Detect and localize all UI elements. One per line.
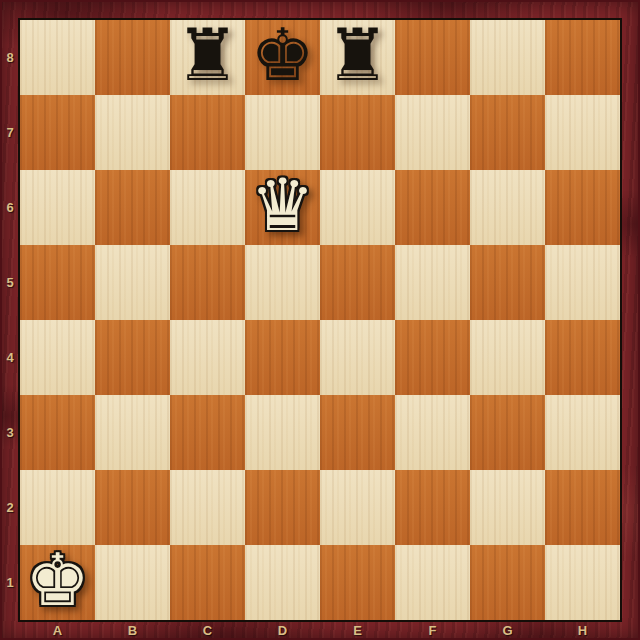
square-g6[interactable]	[470, 170, 545, 245]
rank-labels: 87654321	[0, 20, 20, 620]
square-e7[interactable]	[320, 95, 395, 170]
file-label-d: D	[245, 620, 320, 640]
square-e1[interactable]	[320, 545, 395, 620]
square-e4[interactable]	[320, 320, 395, 395]
square-e5[interactable]	[320, 245, 395, 320]
square-c4[interactable]	[170, 320, 245, 395]
square-c7[interactable]	[170, 95, 245, 170]
square-b6[interactable]	[95, 170, 170, 245]
square-e6[interactable]	[320, 170, 395, 245]
rank-label-8: 8	[0, 20, 20, 95]
square-d4[interactable]	[245, 320, 320, 395]
file-label-b: B	[95, 620, 170, 640]
square-e2[interactable]	[320, 470, 395, 545]
file-label-c: C	[170, 620, 245, 640]
square-h1[interactable]	[545, 545, 620, 620]
square-f5[interactable]	[395, 245, 470, 320]
square-f7[interactable]	[395, 95, 470, 170]
square-b3[interactable]	[95, 395, 170, 470]
square-b4[interactable]	[95, 320, 170, 395]
square-a8[interactable]	[20, 20, 95, 95]
square-a2[interactable]	[20, 470, 95, 545]
rank-label-4: 4	[0, 320, 20, 395]
square-a5[interactable]	[20, 245, 95, 320]
square-f2[interactable]	[395, 470, 470, 545]
square-h8[interactable]	[545, 20, 620, 95]
rank-label-3: 3	[0, 395, 20, 470]
square-c6[interactable]	[170, 170, 245, 245]
chess-board-screenshot: 87654321 ABCDEFGH ♜♚♜♛♚	[0, 0, 640, 640]
square-f6[interactable]	[395, 170, 470, 245]
rank-label-2: 2	[0, 470, 20, 545]
square-h4[interactable]	[545, 320, 620, 395]
square-h6[interactable]	[545, 170, 620, 245]
square-g7[interactable]	[470, 95, 545, 170]
square-d8[interactable]: ♚	[245, 20, 320, 95]
square-a4[interactable]	[20, 320, 95, 395]
square-h7[interactable]	[545, 95, 620, 170]
square-f8[interactable]	[395, 20, 470, 95]
square-c8[interactable]: ♜	[170, 20, 245, 95]
square-g4[interactable]	[470, 320, 545, 395]
rank-label-1: 1	[0, 545, 20, 620]
black-king-d8[interactable]: ♚	[245, 17, 320, 92]
file-label-f: F	[395, 620, 470, 640]
square-b5[interactable]	[95, 245, 170, 320]
file-label-e: E	[320, 620, 395, 640]
file-label-h: H	[545, 620, 620, 640]
square-b7[interactable]	[95, 95, 170, 170]
square-h3[interactable]	[545, 395, 620, 470]
square-d1[interactable]	[245, 545, 320, 620]
square-d2[interactable]	[245, 470, 320, 545]
square-b1[interactable]	[95, 545, 170, 620]
square-g3[interactable]	[470, 395, 545, 470]
square-a1[interactable]: ♚	[20, 545, 95, 620]
square-g5[interactable]	[470, 245, 545, 320]
rank-label-5: 5	[0, 245, 20, 320]
square-f4[interactable]	[395, 320, 470, 395]
square-e8[interactable]: ♜	[320, 20, 395, 95]
square-e3[interactable]	[320, 395, 395, 470]
square-d7[interactable]	[245, 95, 320, 170]
square-d6[interactable]: ♛	[245, 170, 320, 245]
square-h2[interactable]	[545, 470, 620, 545]
rank-label-6: 6	[0, 170, 20, 245]
square-c2[interactable]	[170, 470, 245, 545]
square-f1[interactable]	[395, 545, 470, 620]
black-rook-e8[interactable]: ♜	[320, 17, 395, 92]
board-grid: ♜♚♜♛♚	[20, 20, 620, 620]
square-f3[interactable]	[395, 395, 470, 470]
file-labels: ABCDEFGH	[20, 620, 620, 640]
square-a6[interactable]	[20, 170, 95, 245]
square-g1[interactable]	[470, 545, 545, 620]
square-b2[interactable]	[95, 470, 170, 545]
white-king-a1[interactable]: ♚	[20, 542, 95, 617]
square-d3[interactable]	[245, 395, 320, 470]
square-h5[interactable]	[545, 245, 620, 320]
white-queen-d6[interactable]: ♛	[245, 167, 320, 242]
square-b8[interactable]	[95, 20, 170, 95]
square-g2[interactable]	[470, 470, 545, 545]
square-c5[interactable]	[170, 245, 245, 320]
rank-label-7: 7	[0, 95, 20, 170]
black-rook-c8[interactable]: ♜	[170, 17, 245, 92]
square-g8[interactable]	[470, 20, 545, 95]
square-a7[interactable]	[20, 95, 95, 170]
square-c3[interactable]	[170, 395, 245, 470]
square-a3[interactable]	[20, 395, 95, 470]
square-c1[interactable]	[170, 545, 245, 620]
square-d5[interactable]	[245, 245, 320, 320]
file-label-a: A	[20, 620, 95, 640]
file-label-g: G	[470, 620, 545, 640]
